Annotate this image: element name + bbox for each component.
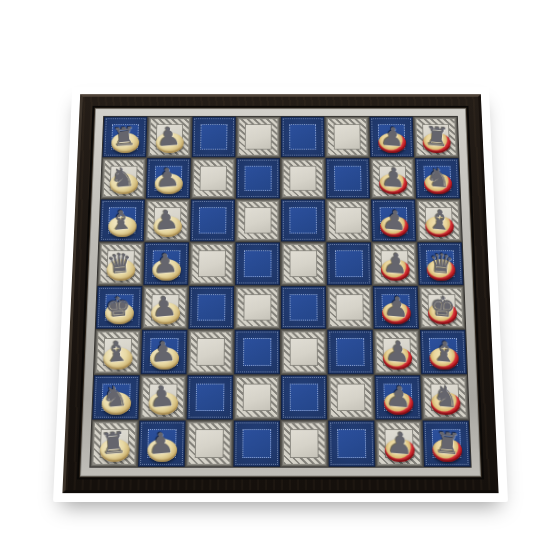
wood-frame: ♜♟♟♜♞♟♟♞♝♟♟♝♛♟♟♛♚♟♟♚♝♟♟♝♞♟♟♞♜♟♟♜: [53, 87, 508, 502]
square-b6[interactable]: [326, 158, 370, 199]
pawn-glyph: ♟: [154, 164, 181, 192]
square-d5[interactable]: [281, 242, 326, 285]
square-c4[interactable]: [236, 200, 281, 242]
square-f3[interactable]: [187, 330, 233, 374]
piece-black-rook-h8[interactable]: ♜: [423, 421, 471, 467]
piece-black-pawn-d7[interactable]: ♟: [372, 242, 418, 285]
square-h2[interactable]: ♟: [138, 421, 186, 467]
piece-black-queen-d8[interactable]: ♛: [417, 242, 463, 285]
pawn-glyph: ♟: [147, 428, 175, 459]
square-e1[interactable]: ♚: [96, 286, 143, 329]
rook-glyph: ♜: [99, 428, 127, 459]
pawn-glyph: ♟: [386, 428, 414, 459]
square-e2[interactable]: ♟: [142, 286, 188, 329]
metal-border: ♜♟♟♜♞♟♟♞♝♟♟♝♛♟♟♛♚♟♟♚♝♟♟♝♞♟♟♞♜♟♟♜: [80, 108, 481, 476]
bishop-glyph: ♝: [103, 337, 131, 367]
chess-board: ♜♟♟♜♞♟♟♞♝♟♟♝♛♟♟♛♚♟♟♚♝♟♟♝♞♟♟♞♜♟♟♜: [89, 116, 471, 468]
square-b4[interactable]: [236, 158, 280, 199]
square-a8[interactable]: ♜: [414, 117, 459, 157]
pawn-glyph: ♟: [152, 249, 179, 278]
pawn-glyph: ♟: [380, 164, 407, 192]
square-f2[interactable]: ♟: [141, 330, 188, 374]
square-h7[interactable]: ♟: [375, 421, 423, 467]
piece-black-knight-g8[interactable]: ♞: [421, 375, 469, 420]
square-c6[interactable]: [326, 200, 371, 242]
queen-glyph: ♛: [428, 249, 455, 278]
pawn-glyph: ♟: [383, 292, 411, 321]
bishop-glyph: ♝: [108, 206, 135, 234]
pawn-glyph: ♟: [379, 123, 406, 150]
square-h6[interactable]: [328, 421, 375, 467]
board-perspective-wrap: ♜♟♟♜♞♟♟♞♝♟♟♝♛♟♟♛♚♟♟♚♝♟♟♝♞♟♟♞♜♟♟♜: [53, 87, 508, 502]
knight-glyph: ♞: [425, 164, 452, 192]
piece-white-pawn-g2[interactable]: ♟: [139, 375, 186, 420]
square-e6[interactable]: [327, 286, 373, 329]
piece-black-pawn-h7[interactable]: ♟: [375, 421, 423, 467]
piece-white-bishop-f1[interactable]: ♝: [94, 330, 141, 374]
square-g2[interactable]: ♟: [139, 375, 186, 420]
square-e7[interactable]: ♟: [373, 286, 419, 329]
piece-black-pawn-e7[interactable]: ♟: [373, 286, 419, 329]
wood-frame-bevel: ♜♟♟♜♞♟♟♞♝♟♟♝♛♟♟♛♚♟♟♚♝♟♟♝♞♟♟♞♜♟♟♜: [62, 94, 498, 493]
square-f4[interactable]: [234, 330, 280, 374]
piece-white-pawn-a2[interactable]: ♟: [147, 117, 191, 157]
piece-white-pawn-d2[interactable]: ♟: [143, 242, 189, 285]
square-a1[interactable]: ♜: [102, 117, 147, 157]
square-g6[interactable]: [328, 375, 375, 420]
square-a7[interactable]: ♟: [369, 117, 413, 157]
piece-white-pawn-b2[interactable]: ♟: [146, 158, 191, 199]
square-d8[interactable]: ♛: [417, 242, 463, 285]
square-b5[interactable]: [281, 158, 325, 199]
square-g7[interactable]: ♟: [374, 375, 421, 420]
square-b7[interactable]: ♟: [370, 158, 415, 199]
pawn-glyph: ♟: [385, 382, 413, 412]
square-b8[interactable]: ♞: [415, 158, 460, 199]
square-f7[interactable]: ♟: [374, 330, 421, 374]
piece-white-knight-b1[interactable]: ♞: [101, 158, 146, 199]
square-g8[interactable]: ♞: [421, 375, 469, 420]
pawn-glyph: ♟: [381, 206, 408, 234]
square-h3[interactable]: [186, 421, 233, 467]
square-c7[interactable]: ♟: [371, 200, 416, 242]
square-a4[interactable]: [236, 117, 280, 157]
pawn-glyph: ♟: [148, 382, 176, 412]
pawn-glyph: ♟: [151, 292, 179, 321]
piece-black-king-e8[interactable]: ♚: [419, 286, 466, 329]
square-a2[interactable]: ♟: [147, 117, 191, 157]
square-d1[interactable]: ♛: [97, 242, 143, 285]
piece-black-knight-b8[interactable]: ♞: [415, 158, 460, 199]
square-e4[interactable]: [235, 286, 280, 329]
square-b3[interactable]: [191, 158, 235, 199]
square-a5[interactable]: [281, 117, 325, 157]
square-g5[interactable]: [281, 375, 327, 420]
piece-white-pawn-c2[interactable]: ♟: [145, 200, 190, 242]
wood-frame-inner-step: ♜♟♟♜♞♟♟♞♝♟♟♝♛♟♟♛♚♟♟♚♝♟♟♝♞♟♟♞♜♟♟♜: [77, 106, 484, 480]
queen-glyph: ♛: [106, 249, 133, 278]
piece-white-pawn-f2[interactable]: ♟: [141, 330, 188, 374]
rook-glyph: ♜: [433, 428, 461, 459]
square-c1[interactable]: ♝: [99, 200, 145, 242]
square-a3[interactable]: [192, 117, 236, 157]
piece-black-pawn-f7[interactable]: ♟: [374, 330, 421, 374]
piece-white-bishop-c1[interactable]: ♝: [99, 200, 145, 242]
rook-glyph: ♜: [111, 123, 137, 150]
square-g1[interactable]: ♞: [92, 375, 140, 420]
pawn-glyph: ♟: [153, 206, 180, 234]
pawn-glyph: ♟: [149, 337, 177, 367]
square-h4[interactable]: [233, 421, 280, 467]
square-c3[interactable]: [190, 200, 235, 242]
pawn-glyph: ♟: [155, 123, 182, 150]
king-glyph: ♚: [105, 292, 132, 321]
square-e3[interactable]: [188, 286, 234, 329]
piece-black-pawn-a7[interactable]: ♟: [369, 117, 413, 157]
square-c5[interactable]: [281, 200, 326, 242]
piece-black-bishop-c8[interactable]: ♝: [416, 200, 462, 242]
photo-background: ♜♟♟♜♞♟♟♞♝♟♟♝♛♟♟♛♚♟♟♚♝♟♟♝♞♟♟♞♜♟♟♜: [0, 0, 560, 560]
square-e5[interactable]: [281, 286, 326, 329]
square-d6[interactable]: [326, 242, 371, 285]
square-f6[interactable]: [327, 330, 373, 374]
square-b2[interactable]: ♟: [146, 158, 191, 199]
piece-black-pawn-c7[interactable]: ♟: [371, 200, 416, 242]
square-h8[interactable]: ♜: [423, 421, 471, 467]
square-h1[interactable]: ♜: [90, 421, 138, 467]
piece-black-bishop-f8[interactable]: ♝: [420, 330, 467, 374]
knight-glyph: ♞: [101, 382, 129, 412]
square-c2[interactable]: ♟: [145, 200, 190, 242]
square-g4[interactable]: [234, 375, 280, 420]
piece-black-rook-a8[interactable]: ♜: [414, 117, 459, 157]
square-b1[interactable]: ♞: [101, 158, 146, 199]
bishop-glyph: ♝: [430, 337, 458, 367]
piece-white-knight-g1[interactable]: ♞: [92, 375, 140, 420]
square-c8[interactable]: ♝: [416, 200, 462, 242]
pawn-glyph: ♟: [384, 337, 412, 367]
piece-white-pawn-e2[interactable]: ♟: [142, 286, 188, 329]
knight-glyph: ♞: [432, 382, 460, 412]
piece-white-rook-a1[interactable]: ♜: [102, 117, 147, 157]
square-f5[interactable]: [281, 330, 327, 374]
piece-black-pawn-g7[interactable]: ♟: [374, 375, 421, 420]
square-d7[interactable]: ♟: [372, 242, 418, 285]
square-d2[interactable]: ♟: [143, 242, 189, 285]
bishop-glyph: ♝: [426, 206, 453, 234]
square-d4[interactable]: [235, 242, 280, 285]
square-a6[interactable]: [325, 117, 369, 157]
square-e8[interactable]: ♚: [419, 286, 466, 329]
rook-glyph: ♜: [424, 123, 450, 150]
piece-white-king-e1[interactable]: ♚: [96, 286, 143, 329]
piece-black-pawn-b7[interactable]: ♟: [370, 158, 415, 199]
pawn-glyph: ♟: [382, 249, 409, 278]
king-glyph: ♚: [429, 292, 456, 321]
square-d3[interactable]: [189, 242, 234, 285]
square-f8[interactable]: ♝: [420, 330, 467, 374]
square-g3[interactable]: [187, 375, 234, 420]
knight-glyph: ♞: [109, 164, 136, 192]
piece-white-queen-d1[interactable]: ♛: [97, 242, 143, 285]
square-h5[interactable]: [281, 421, 328, 467]
piece-white-rook-h1[interactable]: ♜: [90, 421, 138, 467]
square-f1[interactable]: ♝: [94, 330, 141, 374]
piece-white-pawn-h2[interactable]: ♟: [138, 421, 186, 467]
